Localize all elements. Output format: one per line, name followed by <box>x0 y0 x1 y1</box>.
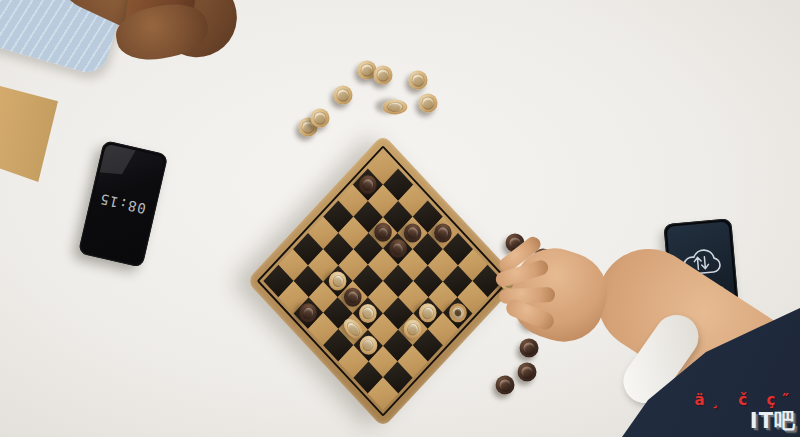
piece-glyph: ● <box>405 224 421 241</box>
piece-glyph: ● <box>420 305 436 322</box>
piece-glyph: ● <box>347 320 359 338</box>
dark-piece[interactable]: ● <box>520 339 539 358</box>
piece-glyph: ● <box>405 321 421 338</box>
piece-glyph: ● <box>361 64 372 77</box>
board-frame: ●●●●●●●●●●●●●● <box>246 134 520 428</box>
board-grid: ●●●●●●●●●●●●●● <box>263 152 502 409</box>
dark-piece[interactable]: ● <box>518 363 537 382</box>
light-piece[interactable]: ● <box>419 94 438 113</box>
piece-glyph: ● <box>422 97 433 110</box>
piece-glyph: ● <box>330 272 346 289</box>
piece-glyph: ● <box>360 176 376 193</box>
piece-glyph: ● <box>384 100 406 113</box>
dark-piece[interactable]: ● <box>496 376 515 395</box>
piece-glyph: ● <box>377 69 388 82</box>
piece-glyph: ● <box>337 89 348 102</box>
piece-glyph: ● <box>435 224 451 241</box>
ring-finger <box>499 287 555 304</box>
light-piece[interactable]: ● <box>311 109 330 128</box>
piece-glyph: ● <box>345 288 361 305</box>
piece-glyph: ● <box>300 305 316 322</box>
watermark: ä¸ č ç″ IT吧 <box>694 391 796 435</box>
piece-glyph: ● <box>360 305 376 322</box>
clock-text: 08:15 <box>98 191 148 217</box>
piece-glyph: ● <box>523 342 534 355</box>
light-piece[interactable]: ● <box>409 71 428 90</box>
piece-glyph: ● <box>360 337 376 354</box>
piece-glyph: ● <box>412 74 423 87</box>
phone-left[interactable]: 08:15 <box>78 140 168 268</box>
envelope <box>0 86 58 182</box>
piece-glyph: ● <box>390 240 406 257</box>
phone-left-screen: 08:15 <box>82 144 165 265</box>
table-surface: ●●●●●●●●●●●●●● ●●●●●●●●●●●●●●● 08:15 Clo… <box>0 0 800 437</box>
piece-glyph: ● <box>521 366 532 379</box>
light-piece[interactable]: ● <box>378 97 413 118</box>
piece-glyph: ● <box>375 224 391 241</box>
light-piece[interactable]: ● <box>334 86 353 105</box>
piece-glyph: ● <box>314 112 325 125</box>
watermark-logo: IT吧 <box>694 407 796 435</box>
light-piece[interactable]: ● <box>374 66 393 85</box>
piece-glyph: ● <box>499 379 510 392</box>
piece-glyph: ● <box>450 305 466 322</box>
board-border-line: ●●●●●●●●●●●●●● <box>257 145 510 417</box>
